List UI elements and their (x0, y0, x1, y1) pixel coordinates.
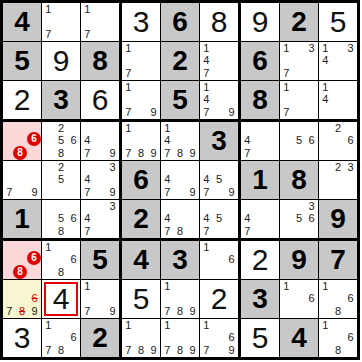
candidate-empty (280, 200, 293, 213)
cell-r2c4[interactable]: 17 (122, 42, 161, 81)
cell-r1c9[interactable]: 5 (319, 3, 357, 42)
candidate-empty (186, 225, 199, 238)
candidate-empty (13, 132, 27, 146)
given-digit: 4 (122, 241, 160, 279)
pencil-marks: 26 (319, 122, 357, 160)
candidate: 7 (200, 106, 213, 119)
candidate-empty (293, 305, 306, 318)
cell-r2c6[interactable]: 147 (200, 42, 241, 81)
pencil-marks: 1479 (200, 81, 238, 119)
cell-r5c9[interactable]: 23 (319, 161, 357, 200)
candidate-empty (27, 241, 41, 251)
pencil-marks: 47 (241, 200, 279, 238)
candidate-empty (200, 332, 213, 345)
candidate: 8 (332, 344, 345, 357)
candidate-empty (94, 161, 107, 174)
candidate-empty (27, 146, 41, 160)
candidate-empty (213, 67, 226, 80)
candidate: 1 (280, 81, 293, 94)
candidate-empty (186, 213, 199, 226)
pencil-marks: 478 (161, 200, 199, 238)
candidate-empty (225, 94, 238, 107)
candidate: 5 (213, 174, 226, 187)
cell-r9c5[interactable]: 1789 (161, 319, 200, 357)
cell-r2c2[interactable]: 9 (42, 42, 81, 81)
candidate-empty (319, 344, 332, 357)
candidate: 8 (174, 344, 187, 357)
pencil-marks: 23 (319, 161, 357, 199)
candidate-empty (186, 161, 199, 174)
candidate-empty (186, 319, 199, 332)
cell-r5c5[interactable]: 479 (161, 161, 200, 200)
candidate-empty (42, 186, 55, 199)
cell-r7c8[interactable]: 9 (280, 241, 319, 280)
cell-r8c2[interactable]: 4 (42, 280, 81, 319)
cell-r2c1[interactable]: 5 (3, 42, 42, 81)
candidate-empty (241, 200, 254, 213)
candidate-empty (344, 122, 357, 135)
cell-r5c8[interactable]: 8 (280, 161, 319, 200)
cell-r8c9[interactable]: 168 (319, 280, 357, 319)
candidate-empty (332, 280, 345, 293)
candidate-empty (332, 186, 345, 199)
candidate-empty (319, 293, 332, 306)
cell-r4c2[interactable]: 2568 (42, 122, 81, 161)
cell-r4c9[interactable]: 26 (319, 122, 357, 161)
candidate-empty (213, 254, 226, 267)
cell-r1c6[interactable]: 8 (200, 3, 241, 42)
cell-r9c1[interactable]: 3 (3, 319, 42, 357)
candidate: 9 (28, 305, 41, 318)
candidate-empty (3, 251, 13, 265)
cell-r1c7[interactable]: 9 (241, 3, 280, 42)
sudoku-board: 4171736892559817214761371342361795147981… (0, 0, 360, 360)
candidate-empty (3, 293, 16, 306)
candidate-empty (81, 293, 94, 306)
candidate-empty (147, 122, 160, 135)
candidate: 7 (42, 28, 55, 41)
pencil-marks: 179 (122, 81, 160, 119)
cell-r5c4[interactable]: 6 (122, 161, 161, 200)
given-digit: 3 (161, 241, 199, 279)
cell-r8c4[interactable]: 5 (122, 280, 161, 319)
cell-r6c3[interactable]: 347 (81, 200, 122, 241)
solved-digit: 2 (3, 81, 41, 119)
candidate-empty (161, 200, 174, 213)
candidate-empty (305, 106, 318, 119)
candidate-eliminated: 8 (16, 305, 29, 318)
candidate-empty (28, 280, 41, 293)
candidate-empty (147, 42, 160, 55)
candidate-empty (174, 213, 187, 226)
given-digit: 5 (81, 241, 119, 279)
cell-r9c3[interactable]: 2 (81, 319, 122, 357)
candidate-empty (200, 254, 213, 267)
candidate-empty (319, 161, 332, 174)
cell-r1c4[interactable]: 3 (122, 3, 161, 42)
pencil-marks: 47 (241, 122, 279, 160)
candidate-empty (319, 135, 332, 148)
cell-r6c4[interactable]: 2 (122, 200, 161, 241)
candidate-empty (319, 67, 332, 80)
candidate-empty (186, 200, 199, 213)
given-digit: 3 (42, 81, 80, 119)
candidate-empty (94, 200, 107, 213)
candidate: 7 (241, 225, 254, 238)
candidate: 7 (81, 28, 94, 41)
candidate-empty (174, 319, 187, 332)
candidate-empty (42, 147, 55, 160)
cell-r7c7[interactable]: 2 (241, 241, 280, 280)
cell-r4c3[interactable]: 479 (81, 122, 122, 161)
candidate-empty (174, 186, 187, 199)
cell-r4c8[interactable]: 56 (280, 122, 319, 161)
cell-r6c2[interactable]: 568 (42, 200, 81, 241)
candidate-empty (293, 67, 306, 80)
candidate: 7 (122, 344, 135, 357)
candidate-empty (147, 319, 160, 332)
candidate: 4 (81, 135, 94, 148)
candidate: 1 (161, 280, 174, 293)
cell-r2c7[interactable]: 6 (241, 42, 280, 81)
candidate: 8 (135, 147, 148, 160)
candidate: 1 (42, 319, 55, 332)
candidate-empty (135, 135, 148, 148)
candidate: 1 (161, 319, 174, 332)
cell-r3c9[interactable]: 14 (319, 81, 357, 122)
candidate-empty (293, 280, 306, 293)
candidate-empty (42, 213, 55, 226)
cell-r9c4[interactable]: 1789 (122, 319, 161, 357)
candidate-empty (254, 122, 267, 135)
cell-r1c3[interactable]: 17 (81, 3, 122, 42)
candidate: 9 (225, 186, 238, 199)
given-digit: 6 (161, 3, 199, 41)
pencil-marks: 356 (280, 200, 318, 238)
candidate-empty (305, 225, 318, 238)
pencil-marks: 68 (3, 122, 41, 160)
cell-r8c8[interactable]: 16 (280, 280, 319, 319)
cell-r3c5[interactable]: 5 (161, 81, 200, 122)
candidate: 9 (186, 344, 199, 357)
candidate-empty (213, 81, 226, 94)
candidate-empty (332, 55, 345, 68)
candidate-empty (106, 135, 119, 148)
candidate: 3 (305, 200, 318, 213)
cell-r1c5[interactable]: 6 (161, 3, 200, 42)
pencil-marks: 168 (319, 319, 357, 357)
candidate-empty (94, 28, 107, 41)
cell-r4c7[interactable]: 47 (241, 122, 280, 161)
candidate-empty (344, 106, 357, 119)
candidate: 7 (161, 305, 174, 318)
cell-r8c7[interactable]: 3 (241, 280, 280, 319)
solved-digit: 3 (3, 319, 41, 357)
cell-r4c5[interactable]: 14789 (161, 122, 200, 161)
candidate: 1 (81, 280, 94, 293)
cell-r5c7[interactable]: 1 (241, 161, 280, 200)
candidate-empty (13, 251, 27, 265)
cell-r4c6[interactable]: 3 (200, 122, 241, 161)
candidate-empty (106, 293, 119, 306)
cell-r7c1[interactable]: 68 (3, 241, 42, 280)
candidate-empty (319, 186, 332, 199)
given-digit: 2 (161, 42, 199, 80)
candidate-empty (161, 293, 174, 306)
cell-r3c4[interactable]: 179 (122, 81, 161, 122)
cell-r9c8[interactable]: 4 (280, 319, 319, 357)
candidate: 4 (319, 55, 332, 68)
candidate: 7 (81, 186, 94, 199)
cell-r2c5[interactable]: 2 (161, 42, 200, 81)
candidate-empty (161, 332, 174, 345)
candidate-empty (200, 266, 213, 279)
cell-r3c8[interactable]: 17 (280, 81, 319, 122)
candidate: 4 (200, 55, 213, 68)
given-digit: 8 (81, 42, 119, 80)
candidate-empty (186, 293, 199, 306)
cell-r1c1[interactable]: 4 (3, 3, 42, 42)
given-digit: 5 (3, 42, 41, 80)
cell-r5c2[interactable]: 25 (42, 161, 81, 200)
pencil-marks: 79 (3, 161, 41, 199)
candidate: 7 (280, 67, 293, 80)
cell-r9c6[interactable]: 1679 (200, 319, 241, 357)
pencil-marks: 168 (42, 241, 80, 279)
cell-r3c7[interactable]: 8 (241, 81, 280, 122)
cell-r8c1[interactable]: 6789 (3, 280, 42, 319)
cell-r5c6[interactable]: 4579 (200, 161, 241, 200)
candidate-empty (106, 122, 119, 135)
candidate-empty (27, 265, 41, 279)
pencil-marks: 16 (200, 241, 238, 279)
pencil-marks: 168 (319, 280, 357, 318)
candidate: 9 (225, 106, 238, 119)
cell-r8c6[interactable]: 2 (200, 280, 241, 319)
cell-r5c3[interactable]: 3479 (81, 161, 122, 200)
candidate-empty (161, 161, 174, 174)
candidate-empty (332, 94, 345, 107)
candidate-empty (94, 280, 107, 293)
candidate-empty (28, 161, 41, 174)
candidate: 6 (67, 135, 80, 148)
candidate: 7 (161, 186, 174, 199)
candidate-empty (135, 94, 148, 107)
candidate-empty (174, 135, 187, 148)
cell-r6c8[interactable]: 356 (280, 200, 319, 241)
candidate-empty (280, 147, 293, 160)
candidate-empty (122, 332, 135, 345)
cell-r3c6[interactable]: 1479 (200, 81, 241, 122)
solved-digit: 5 (122, 280, 160, 318)
candidate-empty (147, 81, 160, 94)
candidate-empty (28, 174, 41, 187)
candidate-empty (254, 213, 267, 226)
candidate-empty (67, 200, 80, 213)
candidate-empty (106, 213, 119, 226)
cell-r6c9[interactable]: 9 (319, 200, 357, 241)
candidate-empty (344, 67, 357, 80)
cell-r7c6[interactable]: 16 (200, 241, 241, 280)
candidate-empty (122, 55, 135, 68)
candidate: 7 (200, 186, 213, 199)
candidate-empty (3, 146, 13, 160)
candidate: 6 (305, 293, 318, 306)
candidate: 4 (241, 213, 254, 226)
given-digit: 9 (319, 200, 357, 238)
cell-r9c9[interactable]: 168 (319, 319, 357, 357)
cell-r9c7[interactable]: 5 (241, 319, 280, 357)
candidate-empty (293, 106, 306, 119)
candidate-empty (174, 174, 187, 187)
candidate: 1 (122, 81, 135, 94)
candidate-empty (106, 16, 119, 29)
cell-r3c2[interactable]: 3 (42, 81, 81, 122)
cell-r6c6[interactable]: 457 (200, 200, 241, 241)
solved-digit: 2 (200, 280, 238, 318)
candidate: 5 (293, 135, 306, 148)
cell-r6c5[interactable]: 478 (161, 200, 200, 241)
given-digit: 1 (3, 200, 41, 238)
cell-r3c1[interactable]: 2 (3, 81, 42, 122)
given-digit: 3 (241, 280, 279, 318)
candidate: 1 (200, 42, 213, 55)
candidate: 4 (161, 174, 174, 187)
candidate-empty (3, 265, 13, 279)
candidate-empty (319, 305, 332, 318)
cell-r7c9[interactable]: 7 (319, 241, 357, 280)
candidate-empty (55, 16, 68, 29)
cell-r6c1[interactable]: 1 (3, 200, 42, 241)
cell-r1c8[interactable]: 2 (280, 3, 319, 42)
cell-r8c5[interactable]: 1789 (161, 280, 200, 319)
candidate-empty (147, 135, 160, 148)
pencil-marks: 3479 (81, 161, 119, 199)
candidate: 7 (81, 225, 94, 238)
candidate-empty (213, 42, 226, 55)
candidate: 9 (147, 106, 160, 119)
candidate-empty (213, 106, 226, 119)
candidate: 7 (122, 147, 135, 160)
candidate: 1 (280, 280, 293, 293)
candidate-empty (135, 332, 148, 345)
candidate-empty (266, 122, 279, 135)
candidate: 1 (200, 241, 213, 254)
candidate: 7 (122, 106, 135, 119)
cell-r4c1[interactable]: 68 (3, 122, 42, 161)
candidate-empty (174, 332, 187, 345)
candidate: 7 (42, 344, 55, 357)
candidate-empty (225, 161, 238, 174)
candidate-empty (135, 81, 148, 94)
given-digit: 6 (122, 161, 160, 199)
candidate-empty (254, 200, 267, 213)
cell-r2c3[interactable]: 8 (81, 42, 122, 81)
candidate: 6 (225, 254, 238, 267)
pencil-marks: 6789 (3, 280, 41, 318)
candidate: 1 (200, 319, 213, 332)
candidate: 2 (55, 161, 68, 174)
pencil-marks: 457 (200, 200, 238, 238)
candidate: 1 (42, 241, 55, 254)
candidate: 6 (67, 254, 80, 267)
candidate: 1 (122, 319, 135, 332)
candidate-empty (94, 174, 107, 187)
candidate-empty (332, 67, 345, 80)
candidate-empty (280, 225, 293, 238)
candidate-circled: 6 (27, 251, 41, 265)
cell-r6c7[interactable]: 47 (241, 200, 280, 241)
candidate-empty (200, 200, 213, 213)
candidate-empty (305, 122, 318, 135)
candidate-empty (213, 200, 226, 213)
pencil-marks: 17 (81, 3, 119, 41)
cell-r7c4[interactable]: 4 (122, 241, 161, 280)
candidate-empty (213, 344, 226, 357)
cell-r8c3[interactable]: 179 (81, 280, 122, 319)
candidate-empty (344, 344, 357, 357)
candidate-empty (225, 42, 238, 55)
candidate-empty (55, 241, 68, 254)
pencil-marks: 1679 (200, 319, 238, 357)
pencil-marks: 14789 (161, 122, 199, 160)
candidate-empty (3, 122, 13, 132)
candidate-empty (147, 67, 160, 80)
candidate-empty (81, 200, 94, 213)
candidate: 3 (344, 42, 357, 55)
cell-r7c2[interactable]: 168 (42, 241, 81, 280)
candidate-empty (344, 305, 357, 318)
cell-r9c2[interactable]: 1678 (42, 319, 81, 357)
candidate-empty (13, 241, 27, 251)
candidate-empty (147, 55, 160, 68)
cell-r7c3[interactable]: 5 (81, 241, 122, 280)
solved-digit: 5 (241, 319, 279, 357)
candidate-empty (293, 225, 306, 238)
candidate-empty (106, 28, 119, 41)
cell-r2c9[interactable]: 134 (319, 42, 357, 81)
candidate: 8 (174, 305, 187, 318)
candidate-empty (135, 319, 148, 332)
cell-r5c1[interactable]: 79 (3, 161, 42, 200)
candidate-empty (174, 280, 187, 293)
candidate-empty (213, 55, 226, 68)
candidate-empty (293, 147, 306, 160)
candidate-empty (67, 147, 80, 160)
candidate: 4 (200, 94, 213, 107)
candidate-empty (174, 161, 187, 174)
candidate-empty (3, 280, 16, 293)
candidate: 6 (344, 332, 357, 345)
cell-r4c4[interactable]: 1789 (122, 122, 161, 161)
candidate-empty (213, 332, 226, 345)
solved-digit: 6 (81, 81, 119, 119)
candidate-empty (67, 241, 80, 254)
candidate: 8 (135, 344, 148, 357)
candidate-empty (225, 55, 238, 68)
pencil-marks: 134 (319, 42, 357, 80)
cell-r3c3[interactable]: 6 (81, 81, 122, 122)
cell-r7c5[interactable]: 3 (161, 241, 200, 280)
cell-r2c8[interactable]: 137 (280, 42, 319, 81)
candidate-empty (332, 42, 345, 55)
candidate-empty (293, 122, 306, 135)
pencil-marks: 17 (122, 42, 160, 80)
candidate: 1 (319, 319, 332, 332)
cell-r1c2[interactable]: 17 (42, 3, 81, 42)
candidate: 1 (319, 42, 332, 55)
candidate-empty (3, 174, 16, 187)
